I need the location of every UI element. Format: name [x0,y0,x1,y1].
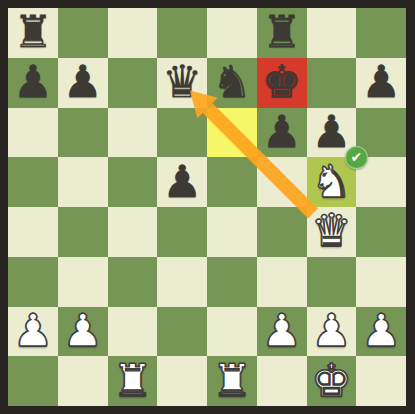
black-pawn[interactable]: ♟ [162,159,202,204]
square-e2[interactable] [207,307,257,357]
square-h3[interactable] [356,257,406,307]
square-a8[interactable]: ♜ [8,8,58,58]
square-d2[interactable] [157,307,207,357]
square-e3[interactable] [207,257,257,307]
square-b5[interactable] [58,157,108,207]
square-b2[interactable]: ♟ [58,307,108,357]
square-a1[interactable] [8,356,58,406]
square-b7[interactable]: ♟ [58,58,108,108]
square-d3[interactable] [157,257,207,307]
square-c4[interactable] [108,207,158,257]
square-d5[interactable]: ♟ [157,157,207,207]
square-e4[interactable] [207,207,257,257]
white-king[interactable]: ♚ [311,358,351,403]
square-f1[interactable] [257,356,307,406]
square-f6[interactable]: ♟ [257,108,307,158]
square-c2[interactable] [108,307,158,357]
square-b8[interactable] [58,8,108,58]
square-b3[interactable] [58,257,108,307]
square-a7[interactable]: ♟ [8,58,58,108]
square-h7[interactable]: ♟ [356,58,406,108]
square-f4[interactable] [257,207,307,257]
square-f5[interactable] [257,157,307,207]
white-pawn[interactable]: ♟ [361,308,401,353]
square-g7[interactable] [307,58,357,108]
square-d1[interactable] [157,356,207,406]
square-b6[interactable] [58,108,108,158]
square-f8[interactable]: ♜ [257,8,307,58]
square-e7[interactable]: ♞ [207,58,257,108]
square-c5[interactable] [108,157,158,207]
square-a5[interactable] [8,157,58,207]
square-d4[interactable] [157,207,207,257]
black-pawn[interactable]: ♟ [62,59,102,104]
square-c6[interactable] [108,108,158,158]
square-c7[interactable] [108,58,158,108]
black-rook[interactable]: ♜ [261,9,301,54]
black-pawn[interactable]: ♟ [13,59,53,104]
best-move-badge: ✔ [345,146,368,169]
board-frame: ♜♜♟♟♛♞♚♟♟♟♟♞♛♟♟♟♟♟♜♜♚ ✔ [0,0,415,414]
square-a4[interactable] [8,207,58,257]
white-queen[interactable]: ♛ [311,208,351,253]
white-rook[interactable]: ♜ [212,358,252,403]
black-pawn[interactable]: ♟ [361,59,401,104]
board-grid: ♜♜♟♟♛♞♚♟♟♟♟♞♛♟♟♟♟♟♜♜♚ [8,8,406,406]
square-g2[interactable]: ♟ [307,307,357,357]
square-g1[interactable]: ♚ [307,356,357,406]
square-h1[interactable] [356,356,406,406]
square-c1[interactable]: ♜ [108,356,158,406]
square-g4[interactable]: ♛ [307,207,357,257]
black-pawn[interactable]: ♟ [311,109,351,154]
black-rook[interactable]: ♜ [13,9,53,54]
square-a2[interactable]: ♟ [8,307,58,357]
square-d7[interactable]: ♛ [157,58,207,108]
white-pawn[interactable]: ♟ [13,308,53,353]
black-knight[interactable]: ♞ [212,59,252,104]
white-knight[interactable]: ♞ [311,159,351,204]
square-e8[interactable] [207,8,257,58]
square-d6[interactable] [157,108,207,158]
square-e6[interactable] [207,108,257,158]
square-f3[interactable] [257,257,307,307]
square-h2[interactable]: ♟ [356,307,406,357]
square-a6[interactable] [8,108,58,158]
square-e5[interactable] [207,157,257,207]
square-g3[interactable] [307,257,357,307]
black-queen[interactable]: ♛ [162,59,202,104]
white-pawn[interactable]: ♟ [261,308,301,353]
square-d8[interactable] [157,8,207,58]
square-f2[interactable]: ♟ [257,307,307,357]
white-rook[interactable]: ♜ [112,358,152,403]
white-pawn[interactable]: ♟ [311,308,351,353]
square-c8[interactable] [108,8,158,58]
white-pawn[interactable]: ♟ [62,308,102,353]
square-g8[interactable] [307,8,357,58]
square-b4[interactable] [58,207,108,257]
square-a3[interactable] [8,257,58,307]
chess-board: ♜♜♟♟♛♞♚♟♟♟♟♞♛♟♟♟♟♟♜♜♚ ✔ [8,8,406,406]
square-h8[interactable] [356,8,406,58]
square-e1[interactable]: ♜ [207,356,257,406]
square-c3[interactable] [108,257,158,307]
black-king[interactable]: ♚ [261,59,301,104]
check-icon: ✔ [350,150,362,164]
black-pawn[interactable]: ♟ [261,109,301,154]
square-f7[interactable]: ♚ [257,58,307,108]
square-h4[interactable] [356,207,406,257]
square-b1[interactable] [58,356,108,406]
